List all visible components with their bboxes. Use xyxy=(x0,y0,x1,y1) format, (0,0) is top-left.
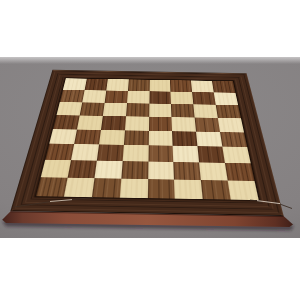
board-square[interactable] xyxy=(147,179,175,198)
chess-board xyxy=(10,70,283,216)
board-square[interactable] xyxy=(149,103,172,116)
board-square[interactable] xyxy=(103,103,127,116)
board-square[interactable] xyxy=(53,115,80,129)
board-square[interactable] xyxy=(216,105,241,119)
board-square[interactable] xyxy=(195,117,220,131)
board-square[interactable] xyxy=(196,131,222,146)
board-square[interactable] xyxy=(77,115,103,129)
board-square[interactable] xyxy=(99,130,125,145)
board-square[interactable] xyxy=(104,90,127,103)
board-square[interactable] xyxy=(171,92,194,105)
board-square[interactable] xyxy=(67,160,96,178)
board-square[interactable] xyxy=(36,177,68,196)
board-square[interactable] xyxy=(225,163,255,181)
board-square[interactable] xyxy=(57,102,83,115)
board-square[interactable] xyxy=(126,103,149,116)
board-square[interactable] xyxy=(63,78,87,90)
board-square[interactable] xyxy=(45,144,74,161)
board-square[interactable] xyxy=(212,81,235,93)
board-square[interactable] xyxy=(71,144,99,161)
board-square[interactable] xyxy=(64,178,94,197)
board-square[interactable] xyxy=(148,131,173,146)
board-square[interactable] xyxy=(194,104,218,117)
board-square[interactable] xyxy=(149,91,171,104)
board-square[interactable] xyxy=(171,104,195,117)
board-square[interactable] xyxy=(149,80,171,92)
board-square[interactable] xyxy=(119,179,147,198)
board-square[interactable] xyxy=(198,146,225,163)
board-square[interactable] xyxy=(201,180,231,199)
board-perspective-wrapper xyxy=(0,0,300,300)
board-square[interactable] xyxy=(148,162,175,180)
board-square[interactable] xyxy=(41,160,71,178)
board-square[interactable] xyxy=(101,116,126,130)
board-square[interactable] xyxy=(128,79,150,91)
board-square[interactable] xyxy=(170,80,192,92)
board-square[interactable] xyxy=(125,116,149,130)
board-square[interactable] xyxy=(106,79,128,91)
board-square[interactable] xyxy=(173,146,199,163)
board-square[interactable] xyxy=(222,147,250,164)
board-square[interactable] xyxy=(49,129,77,144)
board-square[interactable] xyxy=(199,163,227,181)
board-square[interactable] xyxy=(127,91,149,104)
board-square[interactable] xyxy=(80,102,105,115)
board-square[interactable] xyxy=(148,146,174,163)
board-square[interactable] xyxy=(172,131,197,146)
chess-board-squares xyxy=(36,78,259,200)
board-square[interactable] xyxy=(172,117,196,131)
board-square[interactable] xyxy=(82,90,106,103)
board-square[interactable] xyxy=(122,145,148,162)
board-square[interactable] xyxy=(92,178,121,197)
board-square[interactable] xyxy=(220,132,247,148)
board-square[interactable] xyxy=(121,161,148,179)
board-square[interactable] xyxy=(191,80,214,92)
board-square[interactable] xyxy=(149,117,173,131)
board-square[interactable] xyxy=(218,118,244,132)
board-square[interactable] xyxy=(74,129,101,144)
board-square[interactable] xyxy=(97,145,124,162)
product-photo xyxy=(0,0,300,300)
board-square[interactable] xyxy=(94,161,122,179)
board-square[interactable] xyxy=(60,90,85,103)
board-square[interactable] xyxy=(123,130,148,145)
board-square[interactable] xyxy=(228,181,259,200)
board-square[interactable] xyxy=(214,92,238,105)
board-square[interactable] xyxy=(84,79,107,91)
board-square[interactable] xyxy=(174,162,201,180)
board-square[interactable] xyxy=(174,180,203,199)
board-square[interactable] xyxy=(192,92,216,105)
